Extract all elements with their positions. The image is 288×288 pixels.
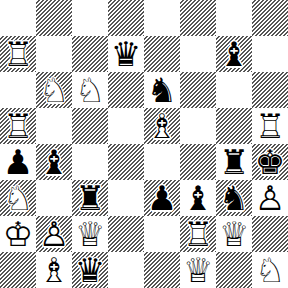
square-d5[interactable]	[108, 108, 144, 144]
white-queen-glyph: ♕	[75, 216, 105, 252]
square-g2[interactable]: ♛♕	[216, 216, 252, 252]
white-bishop-glyph: ♗	[39, 252, 69, 288]
square-b6[interactable]: ♞♘	[36, 72, 72, 108]
black-knight-piece: ♞♞	[144, 72, 180, 108]
black-bishop-piece: ♝♝	[180, 180, 216, 216]
square-a2[interactable]: ♚♔	[0, 216, 36, 252]
white-rook-piece: ♜♖	[252, 108, 288, 144]
square-g6[interactable]	[216, 72, 252, 108]
square-e3[interactable]: ♟♟	[144, 180, 180, 216]
black-rook-glyph: ♜	[75, 180, 105, 216]
black-knight-glyph: ♞	[219, 180, 249, 216]
black-pawn-glyph: ♟	[3, 144, 33, 180]
white-queen-glyph: ♕	[183, 252, 213, 288]
square-a4[interactable]: ♟♟	[0, 144, 36, 180]
white-pawn-glyph: ♙	[255, 180, 285, 216]
white-queen-glyph: ♕	[219, 216, 249, 252]
black-pawn-piece: ♟♟	[0, 144, 36, 180]
square-c8[interactable]	[72, 0, 108, 36]
white-knight-glyph: ♘	[3, 180, 33, 216]
square-e5[interactable]: ♝♗	[144, 108, 180, 144]
square-d8[interactable]	[108, 0, 144, 36]
black-pawn-glyph: ♟	[147, 180, 177, 216]
square-g5[interactable]	[216, 108, 252, 144]
square-f1[interactable]: ♛♕	[180, 252, 216, 288]
white-pawn-glyph: ♙	[39, 216, 69, 252]
white-knight-piece: ♞♘	[72, 72, 108, 108]
white-king-piece: ♚♔	[0, 216, 36, 252]
black-king-glyph: ♚	[255, 144, 285, 180]
chess-board: ♜♖♛♛♝♝♞♘♞♘♞♞♜♖♝♗♜♖♟♟♝♝♜♜♚♚♞♘♜♜♟♟♝♝♞♞♟♙♚♔…	[0, 0, 288, 288]
square-g7[interactable]: ♝♝	[216, 36, 252, 72]
white-knight-glyph: ♘	[39, 72, 69, 108]
square-b8[interactable]	[36, 0, 72, 36]
square-h6[interactable]	[252, 72, 288, 108]
black-bishop-piece: ♝♝	[216, 36, 252, 72]
square-f2[interactable]: ♜♖	[180, 216, 216, 252]
square-d7[interactable]: ♛♛	[108, 36, 144, 72]
white-rook-piece: ♜♖	[180, 216, 216, 252]
black-bishop-glyph: ♝	[39, 144, 69, 180]
white-knight-piece: ♞♘	[36, 72, 72, 108]
black-rook-piece: ♜♜	[216, 144, 252, 180]
square-h2[interactable]	[252, 216, 288, 252]
white-queen-piece: ♛♕	[216, 216, 252, 252]
square-h7[interactable]	[252, 36, 288, 72]
square-h4[interactable]: ♚♚	[252, 144, 288, 180]
white-rook-glyph: ♖	[3, 36, 33, 72]
black-bishop-glyph: ♝	[183, 180, 213, 216]
square-g8[interactable]	[216, 0, 252, 36]
black-queen-glyph: ♛	[111, 36, 141, 72]
white-queen-piece: ♛♕	[180, 252, 216, 288]
square-b5[interactable]	[36, 108, 72, 144]
white-knight-piece: ♞♘	[0, 180, 36, 216]
white-pawn-piece: ♟♙	[36, 216, 72, 252]
square-h5[interactable]: ♜♖	[252, 108, 288, 144]
black-rook-piece: ♜♜	[72, 180, 108, 216]
square-e7[interactable]	[144, 36, 180, 72]
square-a3[interactable]: ♞♘	[0, 180, 36, 216]
square-d4[interactable]	[108, 144, 144, 180]
square-d1[interactable]	[108, 252, 144, 288]
white-rook-piece: ♜♖	[0, 36, 36, 72]
white-king-glyph: ♔	[3, 216, 33, 252]
square-b4[interactable]: ♝♝	[36, 144, 72, 180]
square-e4[interactable]	[144, 144, 180, 180]
square-b7[interactable]	[36, 36, 72, 72]
square-a1[interactable]	[0, 252, 36, 288]
square-d6[interactable]	[108, 72, 144, 108]
square-c5[interactable]	[72, 108, 108, 144]
square-a7[interactable]: ♜♖	[0, 36, 36, 72]
white-queen-piece: ♛♕	[72, 216, 108, 252]
square-a6[interactable]	[0, 72, 36, 108]
square-c7[interactable]	[72, 36, 108, 72]
white-rook-piece: ♜♖	[0, 108, 36, 144]
black-knight-piece: ♞♞	[216, 180, 252, 216]
square-b2[interactable]: ♟♙	[36, 216, 72, 252]
square-f8[interactable]	[180, 0, 216, 36]
black-pawn-piece: ♟♟	[144, 180, 180, 216]
square-b3[interactable]	[36, 180, 72, 216]
square-c6[interactable]: ♞♘	[72, 72, 108, 108]
square-a5[interactable]: ♜♖	[0, 108, 36, 144]
black-rook-glyph: ♜	[219, 144, 249, 180]
square-c1[interactable]: ♛♛	[72, 252, 108, 288]
square-a8[interactable]	[0, 0, 36, 36]
black-bishop-glyph: ♝	[219, 36, 249, 72]
square-b1[interactable]: ♝♗	[36, 252, 72, 288]
square-d2[interactable]	[108, 216, 144, 252]
white-bishop-glyph: ♗	[147, 108, 177, 144]
black-knight-glyph: ♞	[147, 72, 177, 108]
square-f3[interactable]: ♝♝	[180, 180, 216, 216]
square-f7[interactable]	[180, 36, 216, 72]
white-bishop-piece: ♝♗	[36, 252, 72, 288]
square-e2[interactable]	[144, 216, 180, 252]
white-knight-piece: ♞♘	[252, 252, 288, 288]
square-f4[interactable]	[180, 144, 216, 180]
white-rook-glyph: ♖	[3, 108, 33, 144]
white-bishop-piece: ♝♗	[144, 108, 180, 144]
white-rook-glyph: ♖	[183, 216, 213, 252]
white-knight-glyph: ♘	[75, 72, 105, 108]
square-d3[interactable]	[108, 180, 144, 216]
black-queen-glyph: ♛	[75, 252, 105, 288]
square-c2[interactable]: ♛♕	[72, 216, 108, 252]
square-h8[interactable]	[252, 0, 288, 36]
black-queen-piece: ♛♛	[72, 252, 108, 288]
square-g1[interactable]	[216, 252, 252, 288]
square-e6[interactable]: ♞♞	[144, 72, 180, 108]
square-c4[interactable]	[72, 144, 108, 180]
black-queen-piece: ♛♛	[108, 36, 144, 72]
square-c3[interactable]: ♜♜	[72, 180, 108, 216]
square-f6[interactable]	[180, 72, 216, 108]
square-g4[interactable]: ♜♜	[216, 144, 252, 180]
square-e1[interactable]	[144, 252, 180, 288]
white-pawn-piece: ♟♙	[252, 180, 288, 216]
square-h3[interactable]: ♟♙	[252, 180, 288, 216]
black-bishop-piece: ♝♝	[36, 144, 72, 180]
white-knight-glyph: ♘	[255, 252, 285, 288]
square-e8[interactable]	[144, 0, 180, 36]
white-rook-glyph: ♖	[255, 108, 285, 144]
square-f5[interactable]	[180, 108, 216, 144]
square-h1[interactable]: ♞♘	[252, 252, 288, 288]
black-king-piece: ♚♚	[252, 144, 288, 180]
square-g3[interactable]: ♞♞	[216, 180, 252, 216]
